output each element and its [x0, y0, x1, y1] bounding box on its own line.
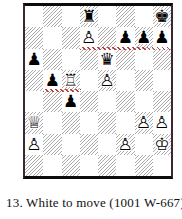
- white-pawn-piece: ♟♙: [118, 136, 133, 153]
- black-pawn-piece: ♟: [63, 93, 78, 110]
- square-d4: [80, 91, 98, 112]
- black-pawn-piece: ♟: [27, 51, 42, 68]
- square-d5: [80, 70, 98, 91]
- square-h1: [153, 155, 171, 176]
- black-pawn-piece: ♟: [136, 29, 151, 46]
- square-h4: [153, 91, 171, 112]
- square-a4: [25, 91, 43, 112]
- square-h7: ♟: [153, 27, 171, 48]
- white-pawn-piece: ♟♙: [100, 72, 115, 89]
- square-f8: [116, 6, 134, 27]
- square-e8: [98, 6, 116, 27]
- square-f2: ♟♙: [116, 134, 134, 155]
- square-a2: ♟♙: [25, 134, 43, 155]
- square-a5: [25, 70, 43, 91]
- square-c8: [62, 6, 80, 27]
- white-rook-piece: ♜♖: [63, 72, 78, 89]
- square-g2: [135, 134, 153, 155]
- scan-artifact-under-b5c5: [43, 89, 81, 92]
- square-h3: ♟♙: [153, 112, 171, 133]
- square-f7: ♟: [116, 27, 134, 48]
- square-c6: [62, 49, 80, 70]
- square-f1: [116, 155, 134, 176]
- square-g4: [135, 91, 153, 112]
- square-b2: [43, 134, 61, 155]
- square-f3: [116, 112, 134, 133]
- square-a8: [25, 6, 43, 27]
- square-d7: ♟♙: [80, 27, 98, 48]
- square-g8: [135, 6, 153, 27]
- square-b8: [43, 6, 61, 27]
- square-e2: [98, 134, 116, 155]
- black-rook-piece: ♜: [81, 8, 96, 25]
- square-d2: [80, 134, 98, 155]
- square-e4: [98, 91, 116, 112]
- square-h8: ♚: [153, 6, 171, 27]
- square-d6: [80, 49, 98, 70]
- square-a3: ♛♕: [25, 112, 43, 133]
- white-king-piece: ♚♔: [154, 136, 169, 153]
- square-c1: [62, 155, 80, 176]
- square-d3: [80, 112, 98, 133]
- scan-artifact-under-rank7: [80, 47, 171, 50]
- black-pawn-piece: ♟: [118, 29, 133, 46]
- black-pawn-piece: ♟: [45, 72, 60, 89]
- diagram-caption: 13. White to move (1001 W-667): [6, 195, 182, 211]
- square-h2: ♚♔: [153, 134, 171, 155]
- square-f4: [116, 91, 134, 112]
- white-pawn-piece: ♟♙: [136, 114, 151, 131]
- square-c3: [62, 112, 80, 133]
- black-king-piece: ♚: [154, 8, 169, 25]
- white-pawn-piece: ♟♙: [154, 114, 169, 131]
- square-c7: [62, 27, 80, 48]
- square-b3: [43, 112, 61, 133]
- square-c4: ♟: [62, 91, 80, 112]
- square-e7: [98, 27, 116, 48]
- black-queen-piece: ♛: [100, 51, 115, 68]
- white-pawn-piece: ♟♙: [81, 29, 96, 46]
- white-queen-piece: ♛♕: [27, 114, 42, 131]
- square-g3: ♟♙: [135, 112, 153, 133]
- square-a6: ♟: [25, 49, 43, 70]
- square-h6: [153, 49, 171, 70]
- square-c5: ♜♖: [62, 70, 80, 91]
- square-g1: [135, 155, 153, 176]
- square-d1: [80, 155, 98, 176]
- square-c2: [62, 134, 80, 155]
- square-b5: ♟: [43, 70, 61, 91]
- square-b4: [43, 91, 61, 112]
- square-f6: [116, 49, 134, 70]
- square-a1: [25, 155, 43, 176]
- square-g6: [135, 49, 153, 70]
- square-b7: [43, 27, 61, 48]
- square-e1: [98, 155, 116, 176]
- chess-diagram: ♜♚♟♙♟♟♟♟♛♟♜♖♟♙♟♛♕♟♙♟♙♟♙♟♙♚♔ 13. White to…: [0, 0, 182, 219]
- square-b6: [43, 49, 61, 70]
- white-pawn-piece: ♟♙: [27, 136, 42, 153]
- square-g7: ♟: [135, 27, 153, 48]
- square-e5: ♟♙: [98, 70, 116, 91]
- square-h5: [153, 70, 171, 91]
- square-g5: [135, 70, 153, 91]
- square-e6: ♛: [98, 49, 116, 70]
- square-a7: [25, 27, 43, 48]
- square-e3: [98, 112, 116, 133]
- square-f5: [116, 70, 134, 91]
- square-d8: ♜: [80, 6, 98, 27]
- black-pawn-piece: ♟: [154, 29, 169, 46]
- square-b1: [43, 155, 61, 176]
